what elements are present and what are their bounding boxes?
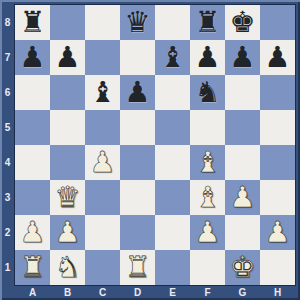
rank-label-8: 8 <box>0 5 15 40</box>
square-f7[interactable]: ♟ <box>190 40 225 75</box>
black-rook[interactable]: ♜ <box>195 5 221 40</box>
square-h3[interactable] <box>260 180 295 215</box>
square-e2[interactable] <box>155 215 190 250</box>
square-d2[interactable] <box>120 215 155 250</box>
chess-board[interactable]: ♜♛♜♚♟♟♝♟♟♟♝♟♞♟♝♛♝♟♟♟♟♟♜♞♜♚ <box>15 5 295 285</box>
file-label-b: B <box>50 285 85 300</box>
square-d5[interactable] <box>120 110 155 145</box>
white-pawn[interactable]: ♟ <box>20 215 46 250</box>
rank-label-1: 1 <box>0 250 15 285</box>
white-pawn[interactable]: ♟ <box>230 180 256 215</box>
square-d7[interactable] <box>120 40 155 75</box>
black-pawn[interactable]: ♟ <box>125 75 151 110</box>
square-d8[interactable]: ♛ <box>120 5 155 40</box>
square-f5[interactable] <box>190 110 225 145</box>
square-a8[interactable]: ♜ <box>15 5 50 40</box>
square-a2[interactable]: ♟ <box>15 215 50 250</box>
white-pawn[interactable]: ♟ <box>90 145 116 180</box>
white-queen[interactable]: ♛ <box>55 180 81 215</box>
chess-board-frame: 87654321 ♜♛♜♚♟♟♝♟♟♟♝♟♞♟♝♛♝♟♟♟♟♟♜♞♜♚ ABCD… <box>0 0 300 300</box>
square-b6[interactable] <box>50 75 85 110</box>
file-label-c: C <box>85 285 120 300</box>
square-d1[interactable]: ♜ <box>120 250 155 285</box>
square-e8[interactable] <box>155 5 190 40</box>
square-a6[interactable] <box>15 75 50 110</box>
square-g4[interactable] <box>225 145 260 180</box>
square-b8[interactable] <box>50 5 85 40</box>
square-c8[interactable] <box>85 5 120 40</box>
file-label-g: G <box>225 285 260 300</box>
square-g6[interactable] <box>225 75 260 110</box>
black-pawn[interactable]: ♟ <box>195 40 221 75</box>
square-g1[interactable]: ♚ <box>225 250 260 285</box>
square-d4[interactable] <box>120 145 155 180</box>
black-king[interactable]: ♚ <box>230 5 256 40</box>
square-g5[interactable] <box>225 110 260 145</box>
square-c2[interactable] <box>85 215 120 250</box>
square-h5[interactable] <box>260 110 295 145</box>
file-label-d: D <box>120 285 155 300</box>
file-labels: ABCDEFGH <box>15 285 295 300</box>
square-h2[interactable]: ♟ <box>260 215 295 250</box>
square-g7[interactable]: ♟ <box>225 40 260 75</box>
black-queen[interactable]: ♛ <box>125 5 151 40</box>
square-g2[interactable] <box>225 215 260 250</box>
white-rook[interactable]: ♜ <box>125 250 151 285</box>
square-a3[interactable] <box>15 180 50 215</box>
file-label-f: F <box>190 285 225 300</box>
square-h6[interactable] <box>260 75 295 110</box>
white-bishop[interactable]: ♝ <box>195 145 221 180</box>
square-d6[interactable]: ♟ <box>120 75 155 110</box>
square-h4[interactable] <box>260 145 295 180</box>
black-pawn[interactable]: ♟ <box>20 40 46 75</box>
file-label-e: E <box>155 285 190 300</box>
square-f4[interactable]: ♝ <box>190 145 225 180</box>
white-pawn[interactable]: ♟ <box>55 215 81 250</box>
white-rook[interactable]: ♜ <box>20 250 46 285</box>
white-knight[interactable]: ♞ <box>55 250 81 285</box>
square-c4[interactable]: ♟ <box>85 145 120 180</box>
square-f6[interactable]: ♞ <box>190 75 225 110</box>
rank-label-7: 7 <box>0 40 15 75</box>
rank-label-3: 3 <box>0 180 15 215</box>
square-e3[interactable] <box>155 180 190 215</box>
white-bishop[interactable]: ♝ <box>195 180 221 215</box>
square-f3[interactable]: ♝ <box>190 180 225 215</box>
file-label-a: A <box>15 285 50 300</box>
white-pawn[interactable]: ♟ <box>195 215 221 250</box>
square-b4[interactable] <box>50 145 85 180</box>
square-c1[interactable] <box>85 250 120 285</box>
square-c5[interactable] <box>85 110 120 145</box>
square-b3[interactable]: ♛ <box>50 180 85 215</box>
square-b2[interactable]: ♟ <box>50 215 85 250</box>
rank-label-2: 2 <box>0 215 15 250</box>
black-rook[interactable]: ♜ <box>20 5 46 40</box>
square-f8[interactable]: ♜ <box>190 5 225 40</box>
square-e4[interactable] <box>155 145 190 180</box>
black-knight[interactable]: ♞ <box>195 75 221 110</box>
black-pawn[interactable]: ♟ <box>55 40 81 75</box>
square-g3[interactable]: ♟ <box>225 180 260 215</box>
square-f1[interactable] <box>190 250 225 285</box>
white-king[interactable]: ♚ <box>230 250 256 285</box>
square-c6[interactable]: ♝ <box>85 75 120 110</box>
square-c3[interactable] <box>85 180 120 215</box>
square-a1[interactable]: ♜ <box>15 250 50 285</box>
white-pawn[interactable]: ♟ <box>265 215 291 250</box>
square-d3[interactable] <box>120 180 155 215</box>
square-b1[interactable]: ♞ <box>50 250 85 285</box>
square-b5[interactable] <box>50 110 85 145</box>
black-pawn[interactable]: ♟ <box>265 40 291 75</box>
rank-label-4: 4 <box>0 145 15 180</box>
rank-label-5: 5 <box>0 110 15 145</box>
rank-labels: 87654321 <box>0 5 15 285</box>
square-h7[interactable]: ♟ <box>260 40 295 75</box>
black-bishop[interactable]: ♝ <box>90 75 116 110</box>
square-g8[interactable]: ♚ <box>225 5 260 40</box>
square-b7[interactable]: ♟ <box>50 40 85 75</box>
square-a4[interactable] <box>15 145 50 180</box>
square-h1[interactable] <box>260 250 295 285</box>
square-a7[interactable]: ♟ <box>15 40 50 75</box>
square-e6[interactable] <box>155 75 190 110</box>
square-e5[interactable] <box>155 110 190 145</box>
square-c7[interactable] <box>85 40 120 75</box>
square-e7[interactable]: ♝ <box>155 40 190 75</box>
black-pawn[interactable]: ♟ <box>230 40 256 75</box>
rank-label-6: 6 <box>0 75 15 110</box>
square-h8[interactable] <box>260 5 295 40</box>
black-bishop[interactable]: ♝ <box>160 40 186 75</box>
square-e1[interactable] <box>155 250 190 285</box>
square-f2[interactable]: ♟ <box>190 215 225 250</box>
square-a5[interactable] <box>15 110 50 145</box>
file-label-h: H <box>260 285 295 300</box>
